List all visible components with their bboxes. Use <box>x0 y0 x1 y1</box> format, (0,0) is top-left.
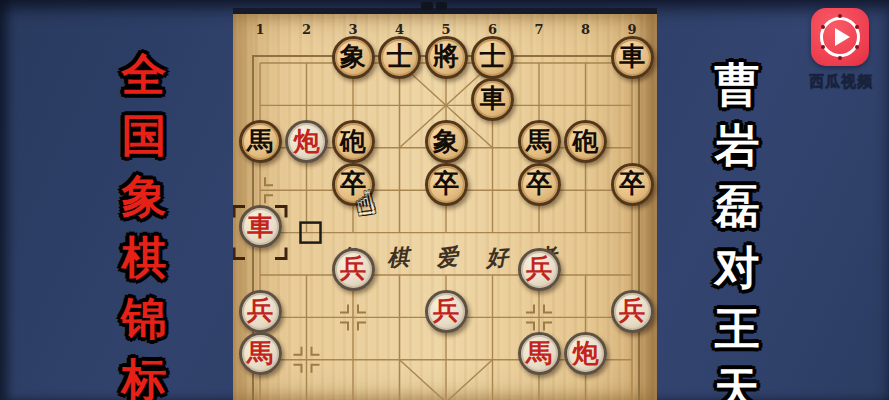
banner-char: 天 <box>715 359 760 400</box>
black-piece-車[interactable]: 車 <box>471 78 514 121</box>
column-label-4: 4 <box>390 22 410 37</box>
banner-char: 国 <box>122 105 167 166</box>
banner-char: 象 <box>122 166 167 227</box>
red-piece-炮[interactable]: 炮 <box>564 332 607 375</box>
red-piece-馬[interactable]: 馬 <box>518 332 561 375</box>
watermark-label: 西瓜视频 <box>803 72 879 91</box>
banner-char: 标 <box>122 349 167 400</box>
play-triangle-icon <box>835 28 850 46</box>
red-piece-兵[interactable]: 兵 <box>239 290 282 333</box>
right-title-banner: 曹岩磊对王天 <box>709 54 765 400</box>
river-char: 棋 <box>382 242 414 274</box>
red-piece-車[interactable]: 車 <box>239 205 282 248</box>
xigua-video-logo <box>811 8 869 66</box>
black-piece-卒[interactable]: 卒 <box>518 163 561 206</box>
red-piece-兵[interactable]: 兵 <box>518 248 561 291</box>
banner-char: 对 <box>715 237 760 298</box>
red-piece-馬[interactable]: 馬 <box>239 332 282 375</box>
column-label-6: 6 <box>483 22 503 37</box>
black-piece-砲[interactable]: 砲 <box>332 120 375 163</box>
left-title-banner: 全国象棋锦标 <box>116 44 172 400</box>
black-piece-馬[interactable]: 馬 <box>239 120 282 163</box>
black-piece-士[interactable]: 士 <box>471 36 514 79</box>
black-piece-砲[interactable]: 砲 <box>564 120 607 163</box>
column-label-7: 7 <box>529 22 549 37</box>
top-edge-artifact-icon <box>421 2 447 10</box>
column-label-9: 9 <box>622 22 642 37</box>
black-piece-卒[interactable]: 卒 <box>425 163 468 206</box>
black-piece-卒[interactable]: 卒 <box>611 163 654 206</box>
video-frame: 123456789 象棋爱好者 象士將士車車馬炮砲象馬砲卒卒卒卒車兵兵兵兵兵馬馬… <box>0 0 889 400</box>
black-piece-士[interactable]: 士 <box>378 36 421 79</box>
red-piece-兵[interactable]: 兵 <box>611 290 654 333</box>
column-label-3: 3 <box>343 22 363 37</box>
black-piece-象[interactable]: 象 <box>332 36 375 79</box>
black-piece-馬[interactable]: 馬 <box>518 120 561 163</box>
red-piece-兵[interactable]: 兵 <box>332 248 375 291</box>
column-label-2: 2 <box>297 22 317 37</box>
banner-char: 棋 <box>122 227 167 288</box>
black-piece-象[interactable]: 象 <box>425 120 468 163</box>
black-piece-車[interactable]: 車 <box>611 36 654 79</box>
black-piece-將[interactable]: 將 <box>425 36 468 79</box>
river-char: 爱 <box>431 242 464 275</box>
banner-char: 全 <box>122 44 167 105</box>
column-label-1: 1 <box>250 22 270 37</box>
banner-char: 曹 <box>715 54 760 115</box>
red-piece-兵[interactable]: 兵 <box>425 290 468 333</box>
red-piece-炮[interactable]: 炮 <box>285 120 328 163</box>
banner-char: 磊 <box>715 176 760 237</box>
column-label-5: 5 <box>436 22 456 37</box>
river-char: 好 <box>481 242 513 274</box>
banner-char: 王 <box>715 298 760 359</box>
banner-char: 岩 <box>715 115 760 176</box>
banner-char: 锦 <box>122 288 167 349</box>
column-label-8: 8 <box>576 22 596 37</box>
